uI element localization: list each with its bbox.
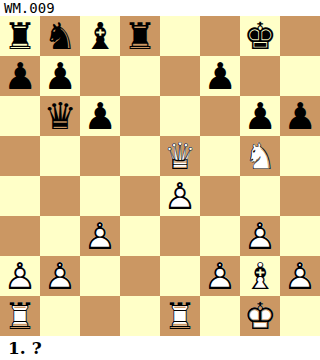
white-rook: ♖ bbox=[160, 296, 200, 336]
square-a1[interactable]: ♜♖ bbox=[0, 296, 40, 336]
square-g8[interactable]: ♚ bbox=[240, 16, 280, 56]
square-g4[interactable] bbox=[240, 176, 280, 216]
square-c5[interactable] bbox=[80, 136, 120, 176]
white-pawn-fill: ♟ bbox=[160, 176, 200, 216]
square-f4[interactable] bbox=[200, 176, 240, 216]
square-a5[interactable] bbox=[0, 136, 40, 176]
white-rook-fill: ♜ bbox=[0, 296, 40, 336]
square-b2[interactable]: ♟♙ bbox=[40, 256, 80, 296]
square-a7[interactable]: ♟ bbox=[0, 56, 40, 96]
black-knight: ♞ bbox=[40, 16, 80, 56]
white-pawn: ♙ bbox=[0, 256, 40, 296]
white-pawn-fill: ♟ bbox=[240, 216, 280, 256]
white-pawn: ♙ bbox=[80, 216, 120, 256]
square-c8[interactable]: ♝ bbox=[80, 16, 120, 56]
white-queen: ♕ bbox=[160, 136, 200, 176]
square-e1[interactable]: ♜♖ bbox=[160, 296, 200, 336]
square-c6[interactable]: ♟ bbox=[80, 96, 120, 136]
square-f7[interactable]: ♟ bbox=[200, 56, 240, 96]
square-f8[interactable] bbox=[200, 16, 240, 56]
square-g2[interactable]: ♝♗ bbox=[240, 256, 280, 296]
move-prompt: 1. ? bbox=[0, 336, 320, 360]
square-d4[interactable] bbox=[120, 176, 160, 216]
white-pawn-fill: ♟ bbox=[280, 256, 320, 296]
square-f5[interactable] bbox=[200, 136, 240, 176]
square-d3[interactable] bbox=[120, 216, 160, 256]
square-d7[interactable] bbox=[120, 56, 160, 96]
square-d6[interactable] bbox=[120, 96, 160, 136]
black-rook: ♜ bbox=[120, 16, 160, 56]
white-bishop: ♗ bbox=[240, 256, 280, 296]
square-g1[interactable]: ♚♔ bbox=[240, 296, 280, 336]
square-e3[interactable] bbox=[160, 216, 200, 256]
black-bishop: ♝ bbox=[80, 16, 120, 56]
square-b6[interactable]: ♛ bbox=[40, 96, 80, 136]
square-h8[interactable] bbox=[280, 16, 320, 56]
square-d8[interactable]: ♜ bbox=[120, 16, 160, 56]
square-e6[interactable] bbox=[160, 96, 200, 136]
white-king: ♔ bbox=[240, 296, 280, 336]
square-e2[interactable] bbox=[160, 256, 200, 296]
square-h3[interactable] bbox=[280, 216, 320, 256]
white-pawn-fill: ♟ bbox=[80, 216, 120, 256]
square-h5[interactable] bbox=[280, 136, 320, 176]
square-d5[interactable] bbox=[120, 136, 160, 176]
square-b7[interactable]: ♟ bbox=[40, 56, 80, 96]
white-pawn-fill: ♟ bbox=[40, 256, 80, 296]
black-pawn: ♟ bbox=[40, 56, 80, 96]
square-d1[interactable] bbox=[120, 296, 160, 336]
square-d2[interactable] bbox=[120, 256, 160, 296]
square-c2[interactable] bbox=[80, 256, 120, 296]
square-e5[interactable]: ♛♕ bbox=[160, 136, 200, 176]
white-pawn: ♙ bbox=[160, 176, 200, 216]
square-f6[interactable] bbox=[200, 96, 240, 136]
white-pawn: ♙ bbox=[200, 256, 240, 296]
white-rook-fill: ♜ bbox=[160, 296, 200, 336]
white-pawn-fill: ♟ bbox=[0, 256, 40, 296]
square-c7[interactable] bbox=[80, 56, 120, 96]
white-pawn-fill: ♟ bbox=[200, 256, 240, 296]
white-knight: ♘ bbox=[240, 136, 280, 176]
square-f3[interactable] bbox=[200, 216, 240, 256]
square-c3[interactable]: ♟♙ bbox=[80, 216, 120, 256]
white-queen-fill: ♛ bbox=[160, 136, 200, 176]
white-pawn: ♙ bbox=[280, 256, 320, 296]
square-a3[interactable] bbox=[0, 216, 40, 256]
black-pawn: ♟ bbox=[200, 56, 240, 96]
black-king: ♚ bbox=[240, 16, 280, 56]
square-a6[interactable] bbox=[0, 96, 40, 136]
square-b3[interactable] bbox=[40, 216, 80, 256]
square-g5[interactable]: ♞♘ bbox=[240, 136, 280, 176]
square-e4[interactable]: ♟♙ bbox=[160, 176, 200, 216]
square-h7[interactable] bbox=[280, 56, 320, 96]
square-g6[interactable]: ♟ bbox=[240, 96, 280, 136]
white-knight-fill: ♞ bbox=[240, 136, 280, 176]
white-king-fill: ♚ bbox=[240, 296, 280, 336]
white-bishop-fill: ♝ bbox=[240, 256, 280, 296]
black-pawn: ♟ bbox=[240, 96, 280, 136]
black-pawn: ♟ bbox=[0, 56, 40, 96]
square-a8[interactable]: ♜ bbox=[0, 16, 40, 56]
square-a2[interactable]: ♟♙ bbox=[0, 256, 40, 296]
white-pawn: ♙ bbox=[240, 216, 280, 256]
square-g7[interactable] bbox=[240, 56, 280, 96]
square-e7[interactable] bbox=[160, 56, 200, 96]
chess-board: ♜♞♝♜♚♟♟♟♛♟♟♟♛♕♞♘♟♙♟♙♟♙♟♙♟♙♟♙♝♗♟♙♜♖♜♖♚♔ bbox=[0, 16, 320, 336]
square-h1[interactable] bbox=[280, 296, 320, 336]
square-e8[interactable] bbox=[160, 16, 200, 56]
white-pawn: ♙ bbox=[40, 256, 80, 296]
square-b4[interactable] bbox=[40, 176, 80, 216]
square-b1[interactable] bbox=[40, 296, 80, 336]
square-c4[interactable] bbox=[80, 176, 120, 216]
square-f2[interactable]: ♟♙ bbox=[200, 256, 240, 296]
puzzle-title: WM.009 bbox=[0, 0, 320, 16]
black-queen: ♛ bbox=[40, 96, 80, 136]
black-pawn: ♟ bbox=[80, 96, 120, 136]
black-pawn: ♟ bbox=[280, 96, 320, 136]
square-h2[interactable]: ♟♙ bbox=[280, 256, 320, 296]
chess-puzzle-page: WM.009 ♜♞♝♜♚♟♟♟♛♟♟♟♛♕♞♘♟♙♟♙♟♙♟♙♟♙♟♙♝♗♟♙♜… bbox=[0, 0, 320, 360]
square-h4[interactable] bbox=[280, 176, 320, 216]
square-f1[interactable] bbox=[200, 296, 240, 336]
black-rook: ♜ bbox=[0, 16, 40, 56]
square-b8[interactable]: ♞ bbox=[40, 16, 80, 56]
square-b5[interactable] bbox=[40, 136, 80, 176]
square-a4[interactable] bbox=[0, 176, 40, 216]
square-h6[interactable]: ♟ bbox=[280, 96, 320, 136]
square-c1[interactable] bbox=[80, 296, 120, 336]
white-rook: ♖ bbox=[0, 296, 40, 336]
square-g3[interactable]: ♟♙ bbox=[240, 216, 280, 256]
